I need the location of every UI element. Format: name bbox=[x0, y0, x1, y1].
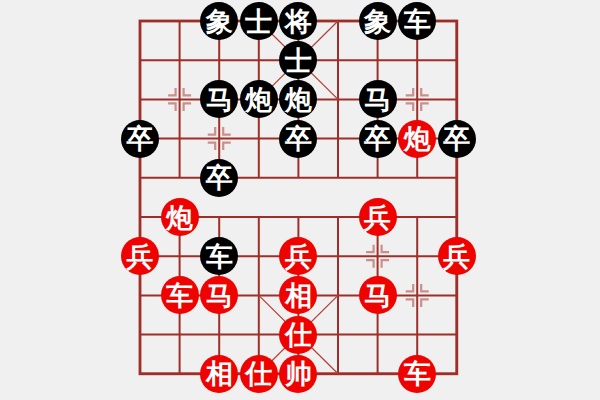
point-marker bbox=[366, 260, 374, 268]
piece-black-elephant[interactable]: 象 bbox=[200, 2, 238, 40]
point-marker bbox=[382, 260, 390, 268]
point-marker bbox=[366, 245, 374, 253]
piece-red-elephant[interactable]: 相 bbox=[279, 276, 317, 314]
point-marker bbox=[406, 103, 414, 111]
piece-black-horse[interactable]: 马 bbox=[359, 80, 397, 118]
point-marker bbox=[208, 143, 216, 151]
piece-red-soldier[interactable]: 兵 bbox=[121, 237, 159, 275]
piece-black-elephant[interactable]: 象 bbox=[359, 2, 397, 40]
point-marker bbox=[382, 245, 390, 253]
piece-black-horse[interactable]: 马 bbox=[200, 80, 238, 118]
point-marker bbox=[208, 127, 216, 135]
piece-red-soldier[interactable]: 兵 bbox=[438, 237, 476, 275]
piece-red-advisor[interactable]: 仕 bbox=[279, 316, 317, 354]
piece-black-advisor[interactable]: 士 bbox=[279, 41, 317, 79]
point-marker bbox=[421, 103, 429, 111]
point-marker bbox=[406, 299, 414, 307]
piece-black-advisor[interactable]: 士 bbox=[240, 2, 278, 40]
piece-black-chariot[interactable]: 车 bbox=[200, 237, 238, 275]
piece-red-advisor[interactable]: 仕 bbox=[240, 355, 278, 393]
piece-black-soldier[interactable]: 卒 bbox=[200, 159, 238, 197]
point-marker bbox=[421, 284, 429, 292]
xiangqi-board: 象士将象车士马炮炮马卒卒卒炮卒卒炮兵兵车兵兵车马相马仕相仕帅车 bbox=[0, 0, 600, 400]
piece-red-chariot[interactable]: 车 bbox=[161, 276, 199, 314]
piece-red-general[interactable]: 帅 bbox=[279, 355, 317, 393]
piece-black-cannon[interactable]: 炮 bbox=[279, 80, 317, 118]
point-marker bbox=[168, 88, 176, 96]
point-marker bbox=[421, 88, 429, 96]
point-marker bbox=[184, 103, 192, 111]
point-marker bbox=[168, 103, 176, 111]
piece-black-chariot[interactable]: 车 bbox=[398, 2, 436, 40]
point-marker bbox=[223, 143, 231, 151]
point-marker bbox=[421, 299, 429, 307]
piece-black-soldier[interactable]: 卒 bbox=[438, 120, 476, 158]
piece-red-cannon[interactable]: 炮 bbox=[161, 198, 199, 236]
piece-red-horse[interactable]: 马 bbox=[200, 276, 238, 314]
point-marker bbox=[406, 284, 414, 292]
point-marker bbox=[184, 88, 192, 96]
piece-red-soldier[interactable]: 兵 bbox=[359, 198, 397, 236]
point-marker bbox=[406, 88, 414, 96]
piece-red-cannon[interactable]: 炮 bbox=[398, 120, 436, 158]
piece-red-chariot[interactable]: 车 bbox=[398, 355, 436, 393]
piece-black-general[interactable]: 将 bbox=[279, 2, 317, 40]
piece-black-soldier[interactable]: 卒 bbox=[121, 120, 159, 158]
piece-black-cannon[interactable]: 炮 bbox=[240, 80, 278, 118]
piece-red-soldier[interactable]: 兵 bbox=[279, 237, 317, 275]
piece-red-elephant[interactable]: 相 bbox=[200, 355, 238, 393]
piece-black-soldier[interactable]: 卒 bbox=[279, 120, 317, 158]
piece-black-soldier[interactable]: 卒 bbox=[359, 120, 397, 158]
point-marker bbox=[223, 127, 231, 135]
piece-red-horse[interactable]: 马 bbox=[359, 276, 397, 314]
